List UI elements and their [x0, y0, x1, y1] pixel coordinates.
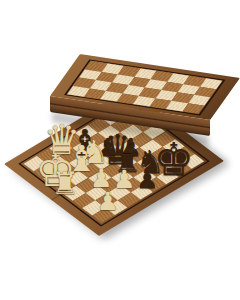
- piece-base-shadow: [56, 189, 74, 195]
- piece-base-shadow: [118, 168, 136, 174]
- piece-base-shadow: [105, 159, 130, 166]
- piece-base-shadow: [117, 184, 132, 189]
- chess-set-product-photo: ♛♚♝♞♜♟♟♟♝♟♛♟♜♞♟♚: [0, 0, 240, 300]
- piece-base-shadow: [140, 185, 155, 190]
- piece-base-shadow: [71, 166, 93, 172]
- piece-base-shadow: [42, 179, 69, 187]
